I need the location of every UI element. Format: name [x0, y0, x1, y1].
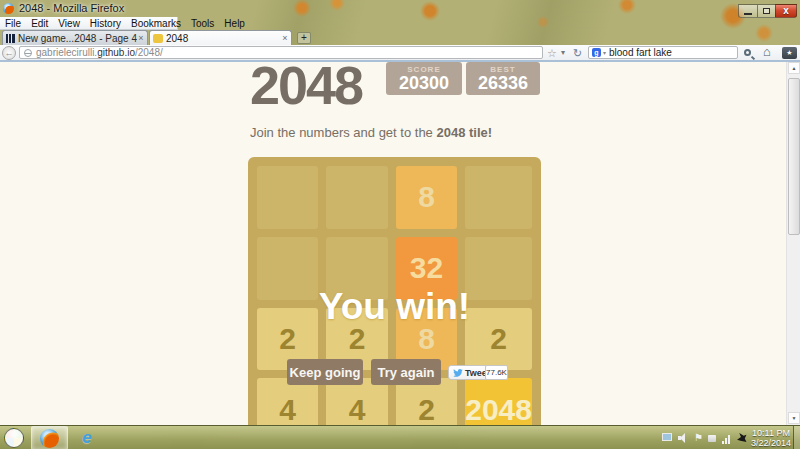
menu-view[interactable]: View [53, 17, 85, 30]
tab-bar: New game...2048 - Page 4 - The Loun... ×… [0, 30, 800, 45]
try-again-button[interactable]: Try again [371, 359, 441, 385]
taskbar-ie-button[interactable]: e [72, 426, 102, 449]
tab-forum-thread[interactable]: New game...2048 - Page 4 - The Loun... × [2, 30, 148, 45]
new-tab-button[interactable]: + [297, 32, 311, 44]
menu-bookmarks[interactable]: Bookmarks [126, 17, 186, 30]
menu-file[interactable]: File [0, 17, 26, 30]
start-button[interactable] [4, 428, 24, 448]
bookmarks-menu-button[interactable]: ★ [782, 47, 797, 59]
system-tray: ⚑ [650, 426, 750, 449]
tab-2048-active[interactable]: 2048 × [149, 30, 292, 45]
taskbar-firefox-button[interactable] [31, 426, 68, 449]
forum-favicon [6, 34, 15, 43]
window-caption-buttons: x [738, 4, 797, 18]
screen: 2048 - Mozilla Firefox x File Edit View … [0, 0, 800, 449]
score-box: SCORE 20300 [386, 62, 462, 95]
show-desktop-button[interactable] [793, 426, 800, 449]
score-value: 20300 [386, 74, 462, 93]
scrollbar-thumb[interactable] [788, 78, 800, 235]
game-title: 2048 [250, 62, 362, 116]
scroll-down-icon[interactable]: ▼ [788, 412, 800, 424]
tile-r0c0 [257, 166, 318, 229]
tile-r0c1 [326, 166, 387, 229]
tab-close-icon[interactable]: × [137, 33, 147, 43]
page-content: 2048 SCORE 20300 BEST 26336 Join the num… [0, 62, 800, 425]
url-subdomain: gabrielecirulli. [36, 47, 97, 58]
tile-r3c1: 4 [326, 378, 387, 425]
menu-history[interactable]: History [85, 17, 126, 30]
search-go-icon[interactable] [744, 49, 751, 56]
internet-explorer-icon: e [82, 428, 91, 448]
minimize-icon [744, 13, 752, 15]
maximize-icon [763, 8, 770, 14]
taskbar: e ⚑ 10:11 PM 3/22/2014 [0, 425, 800, 449]
keep-going-button[interactable]: Keep going [287, 359, 363, 385]
maximize-button[interactable] [757, 4, 775, 18]
home-icon[interactable]: ⌂ [763, 45, 771, 59]
menu-strip: File Edit View History Bookmarks Tools H… [0, 17, 178, 30]
navigation-toolbar: ← gabrielecirulli.github.io/2048/ ☆ ▾ ↻ … [0, 45, 800, 62]
window-title: 2048 - Mozilla Firefox [19, 2, 124, 14]
search-bar[interactable]: g ▾ blood fart lake [588, 46, 738, 59]
menu-edit[interactable]: Edit [26, 17, 53, 30]
window-titlebar[interactable]: 2048 - Mozilla Firefox x [0, 0, 800, 17]
tab-close-icon[interactable]: × [281, 33, 291, 43]
url-bar[interactable]: gabrielecirulli.github.io/2048/ [19, 46, 543, 59]
globe-icon [24, 49, 32, 57]
page-scrollbar[interactable]: ▲ ▼ [786, 62, 800, 425]
firefox-window-icon [3, 3, 14, 14]
tile-r3c3: 2048 [465, 378, 532, 425]
firefox-icon [40, 429, 59, 448]
tile-r3c0: 4 [257, 378, 318, 425]
close-button[interactable]: x [775, 4, 797, 18]
bookmark-star-icon[interactable]: ☆ [547, 46, 557, 60]
best-box: BEST 26336 [466, 62, 540, 95]
tab-title: New game...2048 - Page 4 - The Loun... [18, 33, 137, 44]
tile-r3c2: 2 [396, 378, 457, 425]
minimize-button[interactable] [738, 4, 757, 18]
tagline: Join the numbers and get to the 2048 til… [250, 125, 492, 140]
tray-volume-icon[interactable] [678, 433, 688, 443]
taskbar-clock[interactable]: 10:11 PM 3/22/2014 [748, 428, 794, 448]
url-dropdown-icon[interactable]: ▾ [561, 46, 565, 60]
url-domain: github.io [97, 47, 135, 58]
clock-time: 10:11 PM [748, 428, 794, 438]
search-engine-dropdown-icon[interactable]: ▾ [603, 49, 606, 56]
menu-bar: File Edit View History Bookmarks Tools H… [0, 17, 800, 30]
tray-monitor-icon[interactable] [662, 433, 672, 441]
url-path: /2048/ [135, 47, 163, 58]
back-button[interactable]: ← [2, 46, 16, 60]
tweet-count: 77.6K [485, 365, 508, 380]
tab-title: 2048 [166, 33, 281, 44]
tile-r0c2: 8 [396, 166, 457, 229]
tray-action-center-icon[interactable]: ⚑ [694, 433, 704, 443]
scroll-up-icon[interactable]: ▲ [788, 62, 800, 74]
best-value: 26336 [466, 74, 540, 93]
reload-icon[interactable]: ↻ [573, 46, 582, 60]
tray-power-icon[interactable] [708, 435, 716, 442]
tagline-text: Join the numbers and get to the [250, 125, 436, 140]
tile-r0c3 [465, 166, 532, 229]
search-input-value[interactable]: blood fart lake [609, 47, 672, 58]
tray-app-icon[interactable] [736, 432, 747, 443]
twitter-bird-icon [453, 369, 463, 377]
search-engine-icon[interactable]: g [592, 48, 601, 57]
tagline-bold: 2048 tile! [436, 125, 492, 140]
2048-favicon [153, 34, 163, 43]
win-message: You win! [248, 286, 541, 328]
clock-date: 3/22/2014 [748, 438, 794, 448]
tray-network-icon[interactable] [722, 434, 732, 444]
menu-tools[interactable]: Tools [186, 17, 219, 30]
menu-help[interactable]: Help [219, 17, 250, 30]
